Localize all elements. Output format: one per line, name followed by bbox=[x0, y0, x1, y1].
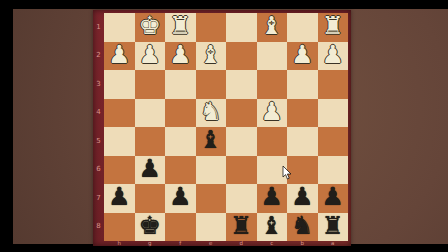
square-e1[interactable] bbox=[196, 13, 227, 42]
black-pawn-a7: ♟ bbox=[322, 183, 344, 211]
square-c8[interactable]: ♝ bbox=[257, 213, 288, 242]
white-rook-a1: ♜ bbox=[322, 12, 344, 40]
rank-label-6: 6 bbox=[93, 156, 104, 185]
square-a3[interactable] bbox=[318, 70, 349, 99]
square-e4[interactable]: ♞ bbox=[196, 99, 227, 128]
square-g6[interactable]: ♟ bbox=[135, 156, 166, 185]
mouse-cursor-icon bbox=[282, 166, 292, 180]
black-pawn-b7: ♟ bbox=[291, 183, 313, 211]
square-h7[interactable]: ♟ bbox=[104, 184, 135, 213]
square-d8[interactable]: ♜ bbox=[226, 213, 257, 242]
square-h4[interactable] bbox=[104, 99, 135, 128]
square-h8[interactable] bbox=[104, 213, 135, 242]
file-label-f: f bbox=[165, 241, 196, 246]
white-pawn-g2: ♟ bbox=[139, 41, 161, 69]
black-pawn-f7: ♟ bbox=[169, 183, 191, 211]
white-pawn-h2: ♟ bbox=[108, 41, 130, 69]
square-b4[interactable] bbox=[287, 99, 318, 128]
square-h1[interactable] bbox=[104, 13, 135, 42]
square-g7[interactable] bbox=[135, 184, 166, 213]
black-pawn-c7: ♟ bbox=[261, 183, 283, 211]
file-label-b: b bbox=[287, 241, 318, 246]
square-f8[interactable] bbox=[165, 213, 196, 242]
square-b2[interactable]: ♟ bbox=[287, 42, 318, 71]
black-rook-d8: ♜ bbox=[230, 212, 252, 240]
square-h2[interactable]: ♟ bbox=[104, 42, 135, 71]
letterbox-top bbox=[0, 0, 448, 9]
black-bishop-c8: ♝ bbox=[261, 212, 283, 240]
square-e8[interactable] bbox=[196, 213, 227, 242]
black-rook-a8: ♜ bbox=[322, 212, 344, 240]
rank-label-5: 5 bbox=[93, 127, 104, 156]
square-g8[interactable]: ♚ bbox=[135, 213, 166, 242]
rank-labels: 12345678 bbox=[93, 13, 104, 241]
square-b1[interactable] bbox=[287, 13, 318, 42]
square-c1[interactable]: ♝ bbox=[257, 13, 288, 42]
square-e2[interactable]: ♝ bbox=[196, 42, 227, 71]
square-h3[interactable] bbox=[104, 70, 135, 99]
rank-label-1: 1 bbox=[93, 13, 104, 42]
board-grid: ♚♜♝♜♟♟♟♝♟♟♞♟♝♟♟♟♟♟♟♚♜♝♞♜ bbox=[104, 13, 348, 241]
square-e7[interactable] bbox=[196, 184, 227, 213]
square-f7[interactable]: ♟ bbox=[165, 184, 196, 213]
square-f4[interactable] bbox=[165, 99, 196, 128]
square-c5[interactable] bbox=[257, 127, 288, 156]
file-label-d: d bbox=[226, 241, 257, 246]
file-label-a: a bbox=[318, 241, 349, 246]
square-b5[interactable] bbox=[287, 127, 318, 156]
rank-label-8: 8 bbox=[93, 213, 104, 242]
file-label-g: g bbox=[135, 241, 166, 246]
white-king-g1: ♚ bbox=[139, 12, 161, 40]
square-a2[interactable]: ♟ bbox=[318, 42, 349, 71]
square-b8[interactable]: ♞ bbox=[287, 213, 318, 242]
square-a6[interactable] bbox=[318, 156, 349, 185]
black-pawn-g6: ♟ bbox=[139, 155, 161, 183]
rank-label-3: 3 bbox=[93, 70, 104, 99]
square-f5[interactable] bbox=[165, 127, 196, 156]
square-g4[interactable] bbox=[135, 99, 166, 128]
white-bishop-c1: ♝ bbox=[261, 12, 283, 40]
square-b7[interactable]: ♟ bbox=[287, 184, 318, 213]
square-f2[interactable]: ♟ bbox=[165, 42, 196, 71]
square-f1[interactable]: ♜ bbox=[165, 13, 196, 42]
square-c4[interactable]: ♟ bbox=[257, 99, 288, 128]
rank-label-2: 2 bbox=[93, 42, 104, 71]
square-d7[interactable] bbox=[226, 184, 257, 213]
square-d5[interactable] bbox=[226, 127, 257, 156]
square-d6[interactable] bbox=[226, 156, 257, 185]
square-d2[interactable] bbox=[226, 42, 257, 71]
video-frame: 12345678 ♚♜♝♜♟♟♟♝♟♟♞♟♝♟♟♟♟♟♟♚♜♝♞♜ hgfedc… bbox=[0, 0, 448, 252]
square-g1[interactable]: ♚ bbox=[135, 13, 166, 42]
white-pawn-c4: ♟ bbox=[261, 98, 283, 126]
square-a8[interactable]: ♜ bbox=[318, 213, 349, 242]
black-bishop-e5: ♝ bbox=[200, 126, 222, 154]
square-c3[interactable] bbox=[257, 70, 288, 99]
square-f3[interactable] bbox=[165, 70, 196, 99]
black-pawn-h7: ♟ bbox=[108, 183, 130, 211]
square-h5[interactable] bbox=[104, 127, 135, 156]
white-knight-e4: ♞ bbox=[200, 98, 222, 126]
rank-label-4: 4 bbox=[93, 99, 104, 128]
square-e6[interactable] bbox=[196, 156, 227, 185]
chess-board-frame: 12345678 ♚♜♝♜♟♟♟♝♟♟♞♟♝♟♟♟♟♟♟♚♜♝♞♜ hgfedc… bbox=[93, 10, 351, 246]
square-c2[interactable] bbox=[257, 42, 288, 71]
file-labels: hgfedcba bbox=[104, 241, 348, 246]
white-bishop-e2: ♝ bbox=[200, 41, 222, 69]
black-knight-b8: ♞ bbox=[291, 212, 313, 240]
square-a5[interactable] bbox=[318, 127, 349, 156]
square-a7[interactable]: ♟ bbox=[318, 184, 349, 213]
square-e5[interactable]: ♝ bbox=[196, 127, 227, 156]
file-label-h: h bbox=[104, 241, 135, 246]
white-pawn-b2: ♟ bbox=[291, 41, 313, 69]
white-pawn-f2: ♟ bbox=[169, 41, 191, 69]
file-label-c: c bbox=[257, 241, 288, 246]
square-d1[interactable] bbox=[226, 13, 257, 42]
white-pawn-a2: ♟ bbox=[322, 41, 344, 69]
square-h6[interactable] bbox=[104, 156, 135, 185]
square-a1[interactable]: ♜ bbox=[318, 13, 349, 42]
square-d3[interactable] bbox=[226, 70, 257, 99]
square-g2[interactable]: ♟ bbox=[135, 42, 166, 71]
square-g5[interactable] bbox=[135, 127, 166, 156]
square-g3[interactable] bbox=[135, 70, 166, 99]
square-d4[interactable] bbox=[226, 99, 257, 128]
white-rook-f1: ♜ bbox=[169, 12, 191, 40]
square-c7[interactable]: ♟ bbox=[257, 184, 288, 213]
black-king-g8: ♚ bbox=[139, 212, 161, 240]
square-e3[interactable] bbox=[196, 70, 227, 99]
square-b3[interactable] bbox=[287, 70, 318, 99]
square-a4[interactable] bbox=[318, 99, 349, 128]
rank-label-7: 7 bbox=[93, 184, 104, 213]
square-f6[interactable] bbox=[165, 156, 196, 185]
file-label-e: e bbox=[196, 241, 227, 246]
